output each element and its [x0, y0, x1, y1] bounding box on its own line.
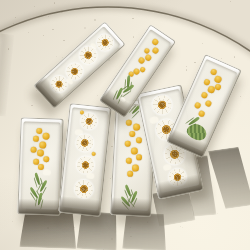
mimosa-inclusion	[143, 47, 150, 54]
sprig-inclusion	[124, 184, 132, 197]
mimosa-inclusion	[30, 146, 36, 152]
petal-inclusion	[42, 169, 50, 175]
daisy-inclusion	[74, 179, 94, 199]
mimosa-inclusion	[33, 136, 39, 142]
sprig-inclusion	[37, 191, 43, 204]
sprig-inclusion	[29, 186, 39, 199]
mimosa-inclusion	[135, 137, 141, 143]
daisy-inclusion	[47, 73, 70, 96]
mimosa-inclusion	[151, 46, 159, 54]
daisy-inclusion	[93, 31, 116, 54]
resin-face	[62, 107, 108, 210]
mimosa-inclusion	[133, 124, 140, 131]
mimosa-inclusion	[135, 154, 141, 160]
resin-bars-layer	[0, 0, 250, 250]
sprig-inclusion	[39, 180, 48, 193]
mimosa-inclusion	[124, 141, 130, 147]
mimosa-inclusion	[151, 38, 159, 46]
mimosa-inclusion	[127, 171, 133, 177]
resin-face	[171, 59, 237, 151]
mimosa-inclusion	[33, 158, 39, 164]
mimosa-inclusion	[38, 164, 44, 170]
sprig-inclusion	[33, 172, 40, 185]
mimosa-inclusion	[215, 83, 223, 91]
mimosa-inclusion	[137, 56, 145, 64]
daisy-inclusion	[151, 93, 174, 116]
mimosa-inclusion	[39, 141, 46, 148]
sprig-inclusion	[119, 195, 130, 207]
mimosa-inclusion	[125, 120, 131, 126]
mimosa-inclusion	[91, 152, 95, 156]
mimosa-inclusion	[35, 127, 41, 133]
mimosa-inclusion	[42, 132, 49, 139]
bar-left-mimosa	[17, 117, 63, 215]
mimosa-inclusion	[125, 158, 131, 164]
mimosa-inclusion	[204, 99, 212, 107]
daisy-inclusion	[80, 112, 98, 130]
mimosa-inclusion	[128, 130, 134, 136]
daisy-inclusion	[76, 156, 95, 175]
mimosa-inclusion	[213, 74, 222, 83]
bar-midleft-daisy	[58, 103, 111, 217]
mimosa-inclusion	[36, 149, 43, 156]
mimosa-inclusion	[194, 102, 202, 110]
petal-inclusion	[86, 172, 95, 179]
photo-resin-flower-bars	[0, 0, 250, 250]
mimosa-inclusion	[42, 155, 48, 161]
petal-inclusion	[118, 96, 125, 103]
daisy-inclusion	[75, 134, 94, 153]
resin-face	[20, 121, 60, 209]
mimosa-inclusion	[130, 147, 137, 154]
sprig-inclusion	[130, 191, 138, 204]
mimosa-inclusion	[200, 92, 208, 100]
petal-inclusion	[163, 164, 172, 171]
daisy-inclusion	[167, 167, 187, 187]
sprig-inclusion	[115, 87, 123, 100]
